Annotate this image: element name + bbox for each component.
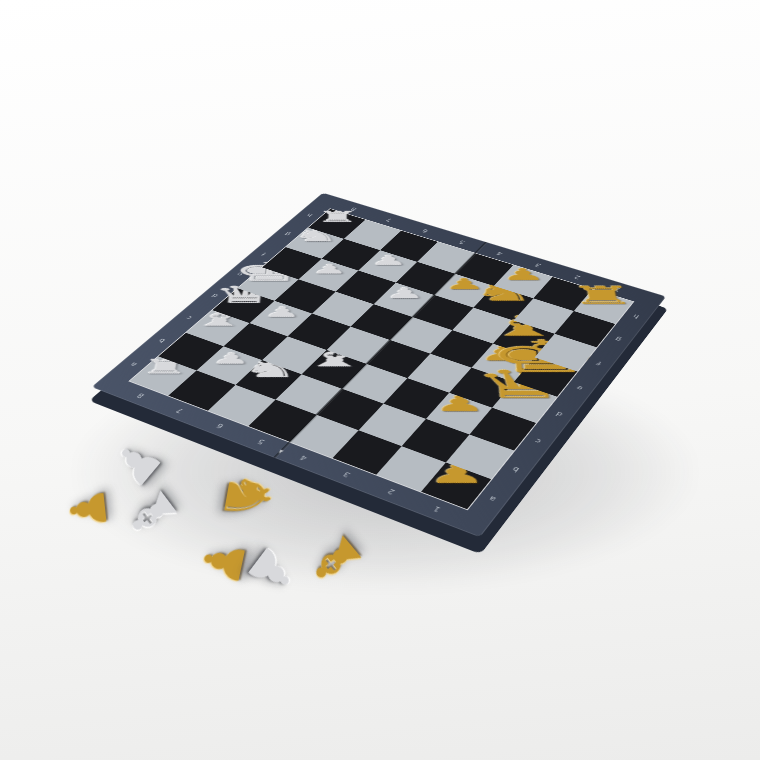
rook-glyph: ♜	[567, 283, 638, 308]
rook-glyph: ♜	[139, 357, 192, 377]
square-b3	[359, 404, 426, 447]
pawn-glyph: ♟	[62, 485, 114, 533]
square-c5: ♝	[302, 350, 367, 389]
square-b1	[446, 434, 514, 479]
product-photo-scene: ♜♝♛♚♞♜♟♟♟♞♟♝♟♟♞♟♟♟♝♟♛♚♜ ◄ aabbccddeeffgg…	[0, 0, 760, 760]
file-label-near-c: c	[529, 435, 546, 446]
rank-label-right-7: 7	[382, 216, 397, 224]
rank-label-left-5: 5	[252, 436, 270, 447]
rank-label-left-1: 1	[428, 503, 447, 516]
bishop-glyph: ♝	[191, 308, 250, 329]
rank-label-right-2: 2	[570, 273, 585, 282]
file-label-far-b: b	[153, 336, 170, 346]
square-c1	[469, 408, 536, 451]
knight-glyph: ♞	[241, 358, 300, 381]
rank-label-left-4: 4	[294, 452, 312, 464]
pawn-glyph: ♟	[263, 305, 302, 319]
square-c3	[383, 378, 449, 419]
square-b7: ♟	[197, 346, 263, 385]
square-a1: ♟	[421, 462, 491, 509]
rank-label-right-4: 4	[492, 249, 507, 257]
pawn-glyph: ♟	[370, 253, 408, 266]
rank-label-left-2: 2	[382, 485, 401, 497]
file-label-near-b: b	[507, 463, 525, 475]
pawn-glyph: ♟	[385, 286, 425, 301]
knight-glyph: ♞	[471, 281, 535, 304]
square-b4	[317, 389, 384, 430]
square-a3	[333, 430, 402, 474]
file-label-near-a: a	[483, 493, 501, 505]
knight-glyph: ♞	[292, 227, 340, 244]
square-c2: ♟	[426, 393, 492, 435]
square-b6: ♞	[236, 360, 302, 400]
knight-glyph: ♞	[214, 465, 282, 528]
rook-glyph: ♜	[316, 210, 360, 225]
file-label-near-g: g	[610, 335, 626, 345]
square-d4	[367, 340, 431, 378]
rank-label-left-7: 7	[171, 405, 189, 416]
pawn-glyph: ♟	[311, 263, 348, 276]
square-d3	[407, 354, 471, 393]
square-b2	[402, 419, 470, 463]
file-label-near-h: h	[628, 312, 644, 321]
queen-glyph: ♛	[472, 364, 577, 404]
file-label-far-a: a	[125, 360, 142, 370]
rank-label-left-6: 6	[211, 420, 229, 431]
square-c8: ♝	[186, 310, 250, 346]
rank-label-left-8: 8	[132, 390, 150, 401]
pawn-glyph: ♟	[427, 461, 487, 486]
file-label-near-e: e	[571, 383, 588, 393]
rank-label-right-5: 5	[455, 238, 470, 246]
square-b5	[276, 374, 342, 414]
file-label-far-h: h	[302, 211, 317, 219]
rank-label-left-3: 3	[338, 469, 356, 481]
square-c4	[342, 364, 407, 404]
bishop-glyph: ♝	[303, 345, 368, 370]
rank-label-right-6: 6	[418, 227, 433, 235]
square-a2	[376, 446, 446, 492]
square-d1: ♛	[492, 382, 557, 423]
pawn-glyph: ♟	[433, 393, 486, 414]
file-label-near-d: d	[551, 409, 568, 420]
